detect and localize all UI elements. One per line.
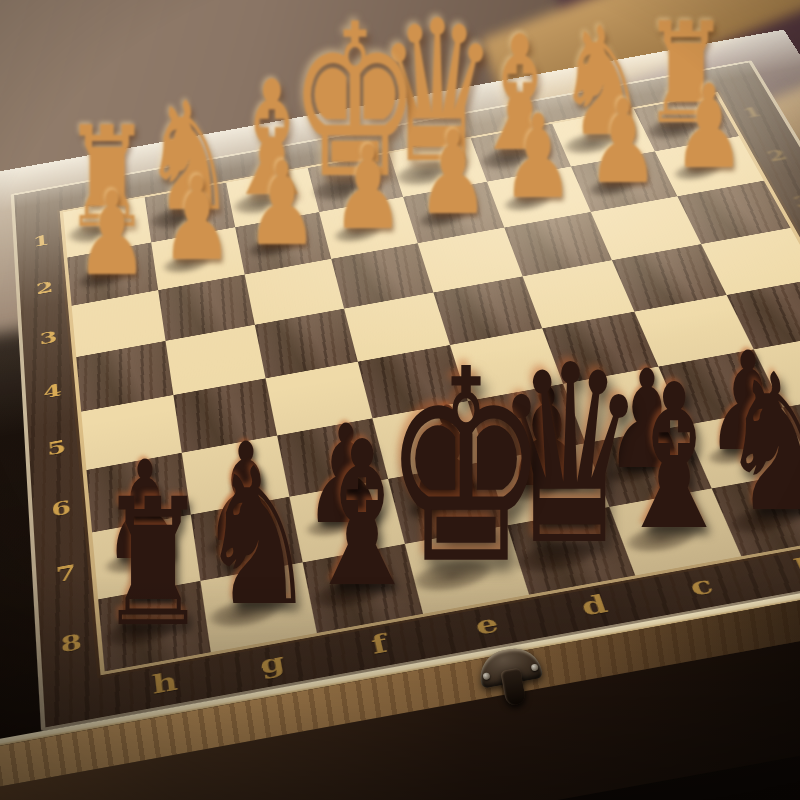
brass-latch[interactable] <box>471 643 553 715</box>
pawn-glyph: ♟ <box>246 147 318 263</box>
file-label-f: f <box>369 629 390 660</box>
rank-label-6: 6 <box>51 496 72 521</box>
rank-label-8: 8 <box>60 629 83 658</box>
file-label-c: c <box>685 571 717 602</box>
pawn-glyph: ♟ <box>332 132 404 248</box>
rank-label-4: 4 <box>43 380 63 402</box>
pawn-glyph: ♟ <box>417 116 489 232</box>
pawn-glyph: ♟ <box>587 85 659 201</box>
file-label-h: h <box>151 666 180 699</box>
pawn-glyph: ♟ <box>673 70 745 186</box>
rank-label-right-3: 3 <box>790 192 800 211</box>
chess-set-photo-scene: hgfedcba hgfedcba 12345678 12345678 ♜♞♝♛… <box>0 0 800 800</box>
rank-label-2: 2 <box>35 278 54 298</box>
rank-label-5: 5 <box>46 436 67 460</box>
rook-glyph: ♜ <box>99 476 209 652</box>
rank-label-1: 1 <box>32 231 50 250</box>
file-label-b: b <box>790 551 800 582</box>
file-label-g: g <box>258 647 287 680</box>
pawn-glyph: ♟ <box>161 162 233 278</box>
rank-label-right-2: 2 <box>764 146 790 164</box>
rank-label-7: 7 <box>55 560 77 587</box>
rank-label-3: 3 <box>39 327 58 348</box>
pawn-glyph: ♟ <box>76 178 148 294</box>
bishop-glyph: ♝ <box>299 415 424 615</box>
knight-glyph: ♞ <box>199 444 317 633</box>
pawn-glyph: ♟ <box>502 101 574 217</box>
